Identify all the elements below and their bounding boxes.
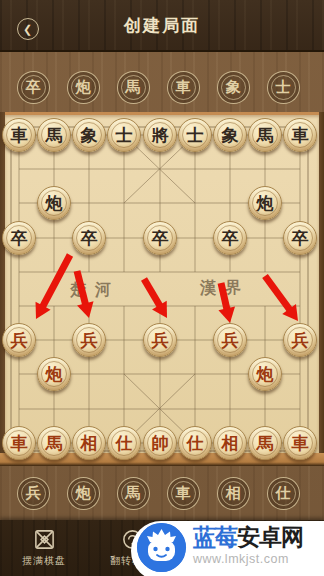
tray-piece-character: 炮 [76,78,91,97]
tray-red-仕[interactable]: 仕 [267,477,300,510]
fill-board-icon [33,528,56,551]
black-piece-車[interactable]: 車 [283,118,317,152]
piece-character: 相 [222,435,239,452]
black-piece-車[interactable]: 車 [2,118,36,152]
black-piece-卒[interactable]: 卒 [283,221,317,255]
piece-character: 車 [292,127,309,144]
tray-red-相[interactable]: 相 [217,477,250,510]
tray-black-卒[interactable]: 卒 [17,71,50,104]
piece-character: 馬 [46,435,63,452]
watermark-url: www.lmkjst.com [193,552,324,566]
piece-character: 仕 [116,435,133,452]
piece-character: 士 [116,127,133,144]
tray-red-炮[interactable]: 炮 [67,477,100,510]
river-label-right: 漢界 [200,278,250,299]
tray-piece-character: 車 [176,78,191,97]
red-piece-炮[interactable]: 炮 [37,357,71,391]
piece-character: 士 [187,127,204,144]
piece-character: 車 [11,435,28,452]
black-piece-卒[interactable]: 卒 [213,221,247,255]
tray-piece-character: 相 [226,484,241,503]
piece-character: 炮 [46,195,63,212]
piece-character: 象 [81,127,98,144]
piece-character: 卒 [11,230,28,247]
piece-character: 卒 [81,230,98,247]
black-piece-象[interactable]: 象 [213,118,247,152]
red-piece-兵[interactable]: 兵 [213,323,247,357]
piece-character: 兵 [81,332,98,349]
piece-character: 炮 [46,366,63,383]
tray-piece-character: 士 [276,78,291,97]
red-piece-車[interactable]: 車 [283,426,317,460]
red-piece-帥[interactable]: 帥 [143,426,177,460]
tray-black-馬[interactable]: 馬 [117,71,150,104]
black-piece-將[interactable]: 將 [143,118,177,152]
black-piece-卒[interactable]: 卒 [2,221,36,255]
red-piece-仕[interactable]: 仕 [178,426,212,460]
red-piece-車[interactable]: 車 [2,426,36,460]
red-piece-馬[interactable]: 馬 [37,426,71,460]
board-edge-right [319,112,324,466]
page-title: 创建局面 [0,0,324,50]
piece-character: 兵 [292,332,309,349]
black-piece-馬[interactable]: 馬 [248,118,282,152]
piece-character: 相 [81,435,98,452]
watermark-brand: 蓝莓安卓网 [193,524,324,550]
black-piece-士[interactable]: 士 [178,118,212,152]
xiangqi-board[interactable] [0,112,324,466]
piece-character: 帥 [152,435,169,452]
piece-character: 馬 [46,127,63,144]
river-label-left: 楚河 [70,280,120,301]
piece-character: 兵 [222,332,239,349]
piece-character: 象 [222,127,239,144]
piece-character: 兵 [152,332,169,349]
tray-black-士[interactable]: 士 [267,71,300,104]
red-piece-相[interactable]: 相 [72,426,106,460]
red-piece-兵[interactable]: 兵 [72,323,106,357]
tray-black-象[interactable]: 象 [217,71,250,104]
piece-character: 將 [152,127,169,144]
black-piece-士[interactable]: 士 [107,118,141,152]
red-piece-馬[interactable]: 馬 [248,426,282,460]
tray-piece-character: 車 [176,484,191,503]
tray-piece-character: 象 [226,78,241,97]
watermark-text: 蓝莓安卓网 www.lmkjst.com [193,524,324,566]
piece-character: 炮 [257,366,274,383]
tray-black-車[interactable]: 車 [167,71,200,104]
red-piece-兵[interactable]: 兵 [143,323,177,357]
black-piece-馬[interactable]: 馬 [37,118,71,152]
piece-character: 車 [11,127,28,144]
fill-board-label: 摆满棋盘 [22,554,66,568]
piece-character: 炮 [257,195,274,212]
piece-character: 仕 [187,435,204,452]
tray-piece-character: 馬 [126,484,141,503]
black-piece-炮[interactable]: 炮 [248,186,282,220]
piece-character: 卒 [222,230,239,247]
board-edge-left [0,112,5,466]
piece-character: 馬 [257,127,274,144]
black-piece-象[interactable]: 象 [72,118,106,152]
blueberry-android-mascot-icon [137,523,186,572]
fill-board-button[interactable]: 摆满棋盘 [9,528,79,568]
piece-character: 卒 [152,230,169,247]
red-piece-相[interactable]: 相 [213,426,247,460]
piece-character: 卒 [292,230,309,247]
red-piece-仕[interactable]: 仕 [107,426,141,460]
tray-piece-character: 炮 [76,484,91,503]
tray-piece-character: 卒 [26,78,41,97]
black-piece-炮[interactable]: 炮 [37,186,71,220]
black-piece-卒[interactable]: 卒 [72,221,106,255]
header-bar: ❮ 创建局面 [0,0,324,52]
piece-character: 兵 [11,332,28,349]
tray-piece-character: 仕 [276,484,291,503]
black-piece-卒[interactable]: 卒 [143,221,177,255]
tray-piece-character: 兵 [26,484,41,503]
tray-red-馬[interactable]: 馬 [117,477,150,510]
watermark-banner: 蓝莓安卓网 www.lmkjst.com [131,521,324,576]
tray-black-炮[interactable]: 炮 [67,71,100,104]
piece-character: 車 [292,435,309,452]
tray-piece-character: 馬 [126,78,141,97]
red-piece-兵[interactable]: 兵 [2,323,36,357]
red-piece-兵[interactable]: 兵 [283,323,317,357]
piece-character: 馬 [257,435,274,452]
tray-red-車[interactable]: 車 [167,477,200,510]
board-field [5,115,319,453]
red-piece-炮[interactable]: 炮 [248,357,282,391]
tray-red-兵[interactable]: 兵 [17,477,50,510]
